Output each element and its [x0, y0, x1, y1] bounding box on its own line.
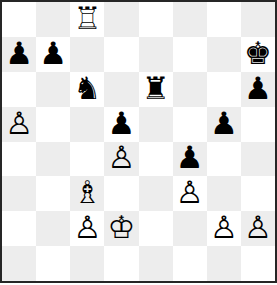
square-g7[interactable] — [207, 37, 241, 72]
square-d7[interactable] — [104, 37, 138, 72]
square-f6[interactable] — [173, 72, 207, 107]
square-b6[interactable] — [36, 72, 70, 107]
square-e2[interactable] — [139, 211, 173, 246]
square-c6[interactable]: ♞ — [70, 72, 104, 107]
square-a4[interactable] — [2, 142, 36, 177]
square-c5[interactable] — [70, 107, 104, 142]
square-b7[interactable]: ♟ — [36, 37, 70, 72]
white-pawn: ♙ — [73, 212, 101, 243]
black-pawn: ♟ — [244, 73, 272, 104]
square-e5[interactable] — [139, 107, 173, 142]
chess-diagram: ♖♟♟♚♞♜♟♙♟♟♙♟♗♙♙♔♙♙ — [0, 0, 277, 283]
square-g3[interactable] — [207, 176, 241, 211]
square-d1[interactable] — [104, 246, 138, 281]
square-c3[interactable]: ♗ — [70, 176, 104, 211]
square-f1[interactable] — [173, 246, 207, 281]
square-f7[interactable] — [173, 37, 207, 72]
square-d4[interactable]: ♙ — [104, 142, 138, 177]
black-rook: ♜ — [142, 73, 170, 104]
black-pawn: ♟ — [176, 142, 204, 173]
square-d2[interactable]: ♔ — [104, 211, 138, 246]
square-e4[interactable] — [139, 142, 173, 177]
white-pawn: ♙ — [5, 108, 33, 139]
white-king: ♔ — [108, 212, 136, 243]
black-pawn: ♟ — [39, 38, 67, 69]
black-king: ♚ — [244, 38, 272, 69]
square-f8[interactable] — [173, 2, 207, 37]
square-d5[interactable]: ♟ — [104, 107, 138, 142]
black-pawn: ♟ — [108, 108, 136, 139]
square-h7[interactable]: ♚ — [241, 37, 275, 72]
square-a6[interactable] — [2, 72, 36, 107]
chess-board: ♖♟♟♚♞♜♟♙♟♟♙♟♗♙♙♔♙♙ — [0, 0, 277, 283]
black-pawn: ♟ — [210, 108, 238, 139]
square-c1[interactable] — [70, 246, 104, 281]
square-h2[interactable]: ♙ — [241, 211, 275, 246]
square-h5[interactable] — [241, 107, 275, 142]
white-pawn: ♙ — [176, 177, 204, 208]
square-a8[interactable] — [2, 2, 36, 37]
square-a7[interactable]: ♟ — [2, 37, 36, 72]
square-a2[interactable] — [2, 211, 36, 246]
square-h4[interactable] — [241, 142, 275, 177]
square-f4[interactable]: ♟ — [173, 142, 207, 177]
square-h3[interactable] — [241, 176, 275, 211]
square-g4[interactable] — [207, 142, 241, 177]
square-e8[interactable] — [139, 2, 173, 37]
square-b1[interactable] — [36, 246, 70, 281]
white-pawn: ♙ — [108, 142, 136, 173]
square-c2[interactable]: ♙ — [70, 211, 104, 246]
square-b3[interactable] — [36, 176, 70, 211]
square-b8[interactable] — [36, 2, 70, 37]
square-h1[interactable] — [241, 246, 275, 281]
square-b2[interactable] — [36, 211, 70, 246]
square-g6[interactable] — [207, 72, 241, 107]
black-pawn: ♟ — [5, 38, 33, 69]
square-a5[interactable]: ♙ — [2, 107, 36, 142]
square-e7[interactable] — [139, 37, 173, 72]
square-e6[interactable]: ♜ — [139, 72, 173, 107]
square-f3[interactable]: ♙ — [173, 176, 207, 211]
square-b4[interactable] — [36, 142, 70, 177]
square-g5[interactable]: ♟ — [207, 107, 241, 142]
square-e3[interactable] — [139, 176, 173, 211]
square-c4[interactable] — [70, 142, 104, 177]
square-d8[interactable] — [104, 2, 138, 37]
square-g8[interactable] — [207, 2, 241, 37]
white-pawn: ♙ — [210, 212, 238, 243]
square-d3[interactable] — [104, 176, 138, 211]
square-f5[interactable] — [173, 107, 207, 142]
square-g1[interactable] — [207, 246, 241, 281]
square-d6[interactable] — [104, 72, 138, 107]
square-a3[interactable] — [2, 176, 36, 211]
square-e1[interactable] — [139, 246, 173, 281]
square-h6[interactable]: ♟ — [241, 72, 275, 107]
square-b5[interactable] — [36, 107, 70, 142]
square-c7[interactable] — [70, 37, 104, 72]
square-g2[interactable]: ♙ — [207, 211, 241, 246]
black-knight: ♞ — [73, 73, 101, 104]
white-bishop: ♗ — [73, 177, 101, 208]
square-h8[interactable] — [241, 2, 275, 37]
square-c8[interactable]: ♖ — [70, 2, 104, 37]
white-rook: ♖ — [73, 3, 101, 34]
white-pawn: ♙ — [244, 212, 272, 243]
square-a1[interactable] — [2, 246, 36, 281]
square-f2[interactable] — [173, 211, 207, 246]
